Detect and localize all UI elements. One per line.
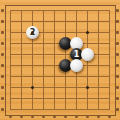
- coordinate-label: [1, 42, 4, 45]
- coordinate-label: [1, 64, 4, 67]
- coordinate-label: [1, 53, 4, 56]
- white-stone: [70, 59, 83, 72]
- coordinate-label: [116, 31, 119, 34]
- coordinate-label: [116, 20, 119, 23]
- coordinate-label: [116, 42, 119, 45]
- stones-layer: 21: [5, 5, 115, 115]
- board-cell: [71, 60, 82, 71]
- coordinate-label: [1, 31, 4, 34]
- coordinate-label: [116, 53, 119, 56]
- coordinate-label: [1, 75, 4, 78]
- go-board[interactable]: 21: [0, 0, 120, 120]
- coordinate-label: [1, 20, 4, 23]
- coordinate-label: [116, 108, 119, 111]
- coordinate-label: [1, 97, 4, 100]
- coordinate-label: [1, 108, 4, 111]
- star-point: [31, 86, 34, 89]
- coordinate-label: [116, 64, 119, 67]
- star-point: [86, 86, 89, 89]
- star-point: [31, 31, 34, 34]
- coordinate-label: [116, 9, 119, 12]
- white-stone: [81, 48, 94, 61]
- coordinate-label: [116, 86, 119, 89]
- coordinate-label: [1, 9, 4, 12]
- star-point: [86, 31, 89, 34]
- board-cell: [82, 49, 93, 60]
- coordinate-label: [116, 97, 119, 100]
- coordinate-label: [1, 86, 4, 89]
- coordinate-label: [116, 75, 119, 78]
